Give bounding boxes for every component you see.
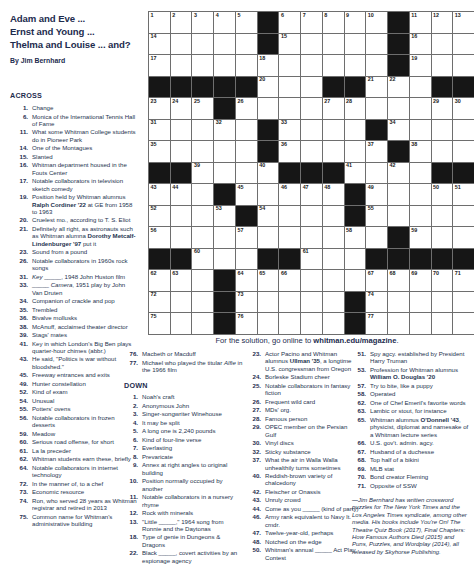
- across-clue-39: 39.Stags' mates: [10, 331, 137, 338]
- grid-cell[interactable]: 26: [236, 98, 257, 119]
- grid-cell[interactable]: [323, 313, 344, 334]
- grid-cell[interactable]: [258, 184, 279, 205]
- grid-cell[interactable]: [301, 77, 322, 98]
- cell-number: 74: [368, 292, 374, 297]
- grid-cell[interactable]: [410, 77, 431, 98]
- grid-cell-black: [214, 98, 235, 119]
- clue-text: Black _____, covert activities by an esp…: [142, 549, 244, 564]
- grid-cell[interactable]: [453, 55, 474, 76]
- grid-cell[interactable]: [279, 227, 300, 248]
- grid-cell[interactable]: [214, 141, 235, 162]
- grid-cell[interactable]: 66: [279, 270, 300, 291]
- grid-cell[interactable]: [432, 120, 453, 141]
- clue-number: 29.: [247, 423, 265, 438]
- grid-cell[interactable]: [236, 55, 257, 76]
- grid-cell[interactable]: 19: [410, 55, 431, 76]
- grid-cell[interactable]: [258, 227, 279, 248]
- grid-cell[interactable]: [301, 313, 322, 334]
- across-clue-61: 61.La la preceder: [10, 447, 137, 454]
- clue-text: McAnuff, acclaimed theater director: [32, 323, 137, 330]
- grid-cell[interactable]: [323, 120, 344, 141]
- cell-number: 71: [455, 271, 461, 276]
- grid-cell[interactable]: [279, 55, 300, 76]
- grid-cell-black: [345, 292, 366, 313]
- grid-cell[interactable]: [301, 141, 322, 162]
- grid-cell[interactable]: [432, 206, 453, 227]
- grid-cell-black: [236, 206, 257, 227]
- grid-cell[interactable]: 63: [171, 270, 192, 291]
- grid-cell[interactable]: 30: [453, 98, 474, 119]
- grid-cell[interactable]: [258, 292, 279, 313]
- cell-number: 12: [433, 13, 439, 18]
- grid-cell[interactable]: [192, 313, 213, 334]
- grid-cell-black: [453, 249, 474, 270]
- grid-cell[interactable]: 75: [149, 313, 170, 334]
- clue-number: 44.: [247, 505, 265, 512]
- grid-cell[interactable]: 24: [171, 98, 192, 119]
- grid-cell[interactable]: [192, 55, 213, 76]
- grid-cell[interactable]: [192, 206, 213, 227]
- grid-cell[interactable]: [366, 227, 387, 248]
- grid-cell[interactable]: [301, 292, 322, 313]
- grid-cell[interactable]: [279, 292, 300, 313]
- grid-cell[interactable]: [388, 313, 409, 334]
- grid-cell[interactable]: [410, 206, 431, 227]
- grid-cell[interactable]: [453, 34, 474, 55]
- grid-cell[interactable]: 53: [214, 206, 235, 227]
- byline: By Jim Bernhard: [10, 57, 65, 64]
- grid-cell[interactable]: 58: [345, 227, 366, 248]
- clue-number: 1.: [124, 393, 142, 400]
- cell-number: 4: [216, 13, 219, 18]
- down-clue-51: 51.Spy agcy. established by President Ha…: [352, 350, 471, 365]
- cell-number: 58: [346, 228, 352, 233]
- grid-cell[interactable]: [171, 206, 192, 227]
- clue-number: 38.: [10, 323, 32, 330]
- clue-text: Position normally occupied by another: [142, 477, 244, 492]
- grid-cell-black: [258, 120, 279, 141]
- grid-cell[interactable]: [323, 292, 344, 313]
- grid-cell[interactable]: 29: [432, 98, 453, 119]
- grid-cell[interactable]: [214, 249, 235, 270]
- grid-cell[interactable]: 5: [236, 12, 257, 33]
- grid-cell[interactable]: [410, 98, 431, 119]
- across-clue-16: 16.Whitman department housed in the Fout…: [10, 161, 137, 176]
- grid-cell[interactable]: [323, 55, 344, 76]
- grid-cell[interactable]: 8: [323, 12, 344, 33]
- grid-cell[interactable]: 43: [149, 184, 170, 205]
- grid-cell[interactable]: 55: [366, 206, 387, 227]
- grid-cell[interactable]: 39: [192, 163, 213, 184]
- clue-text: _____ Camera, 1951 play by John Van Drut…: [32, 281, 137, 296]
- across-clue-43: 43.He said, "Politics is war without blo…: [10, 355, 137, 370]
- grid-cell[interactable]: 54: [258, 206, 279, 227]
- grid-cell[interactable]: 46: [279, 184, 300, 205]
- grid-cell[interactable]: 9: [345, 12, 366, 33]
- clue-number: 10.: [124, 477, 142, 492]
- cell-number: 50: [433, 185, 439, 190]
- grid-cell[interactable]: [432, 34, 453, 55]
- cell-number: 45: [237, 185, 243, 190]
- down-clue-27: 27.MDs' org.: [247, 406, 360, 413]
- clue-number: 50.: [247, 546, 265, 561]
- clue-number: 14.: [10, 144, 32, 151]
- grid-cell[interactable]: [301, 98, 322, 119]
- clue-text: Come as you _____ (kind of party): [265, 505, 360, 512]
- across-clue-74: 74.Ron, who served 28 years as Whitman r…: [10, 497, 137, 512]
- clue-number: 63.: [352, 407, 370, 414]
- grid-cell[interactable]: 71: [453, 270, 474, 291]
- grid-cell[interactable]: [301, 120, 322, 141]
- grid-cell[interactable]: 17: [149, 55, 170, 76]
- cell-number: 38: [411, 142, 417, 147]
- grid-cell[interactable]: [345, 34, 366, 55]
- grid-cell[interactable]: [192, 120, 213, 141]
- grid-cell[interactable]: [345, 249, 366, 270]
- grid-cell-black: [258, 34, 279, 55]
- puzzle-title-line3: Thelma and Louise ... and?: [10, 38, 146, 51]
- grid-cell[interactable]: 60: [192, 249, 213, 270]
- grid-cell[interactable]: [410, 163, 431, 184]
- grid-cell[interactable]: [279, 206, 300, 227]
- cell-number: 32: [216, 120, 222, 125]
- cell-number: 6: [281, 13, 284, 18]
- cell-number: 2: [172, 13, 175, 18]
- grid-cell[interactable]: 2: [171, 12, 192, 33]
- grid-cell[interactable]: [388, 184, 409, 205]
- grid-cell[interactable]: [236, 34, 257, 55]
- solution-note-prefix: For the solution, go online to: [215, 336, 313, 345]
- grid-cell[interactable]: [301, 55, 322, 76]
- down-clue-32: 32.Sticky substance: [247, 448, 360, 455]
- across-clue-54: 54.Unusual: [10, 397, 137, 404]
- cell-number: 40: [259, 163, 265, 168]
- grid-cell[interactable]: [432, 227, 453, 248]
- grid-cell[interactable]: 11: [410, 12, 431, 33]
- grid-cell[interactable]: [171, 141, 192, 162]
- grid-cell[interactable]: [279, 77, 300, 98]
- grid-cell[interactable]: [301, 34, 322, 55]
- grid-cell[interactable]: [345, 120, 366, 141]
- grid-cell[interactable]: [171, 120, 192, 141]
- across-clue-34: 34.Companion of crackle and pop: [10, 297, 137, 304]
- clue-number: 54.: [10, 397, 32, 404]
- grid-cell[interactable]: [432, 292, 453, 313]
- cell-number: 11: [411, 13, 417, 18]
- grid-cell[interactable]: 59: [410, 227, 431, 248]
- cell-number: 57: [237, 228, 243, 233]
- grid-cell[interactable]: 72: [149, 292, 170, 313]
- down-clue-10: 10.Position normally occupied by another: [124, 477, 244, 492]
- cell-number: 70: [433, 271, 439, 276]
- down-clue-71: 71.Opposite of SSW: [352, 482, 471, 489]
- grid-cell[interactable]: 22: [388, 77, 409, 98]
- grid-cell[interactable]: 67: [366, 270, 387, 291]
- grid-cell[interactable]: [214, 34, 235, 55]
- clue-number: 31.: [10, 273, 32, 280]
- grid-cell[interactable]: [323, 249, 344, 270]
- grid-cell[interactable]: [192, 184, 213, 205]
- grid-cell[interactable]: 56: [149, 227, 170, 248]
- grid-cell-black: [453, 77, 474, 98]
- clue-text: Hunter constellation: [32, 380, 137, 387]
- down-clue-67: 67.Husband of a duchesse: [352, 448, 471, 455]
- grid-cell[interactable]: 10: [366, 12, 387, 33]
- cell-number: 54: [259, 206, 265, 211]
- grid-cell[interactable]: 57: [236, 227, 257, 248]
- grid-cell[interactable]: 64: [236, 270, 257, 291]
- grid-cell-black: [388, 55, 409, 76]
- grid-cell[interactable]: [192, 227, 213, 248]
- grid-cell[interactable]: [410, 313, 431, 334]
- grid-cell[interactable]: 68: [388, 270, 409, 291]
- grid-cell[interactable]: 44: [171, 184, 192, 205]
- cell-number: 60: [194, 249, 200, 254]
- down-clue-7: 7.Everlasting: [124, 444, 244, 451]
- grid-cell[interactable]: 31: [149, 120, 170, 141]
- grid-cell[interactable]: 7: [301, 12, 322, 33]
- clue-number: 66.: [352, 439, 370, 446]
- grid-cell[interactable]: 70: [432, 270, 453, 291]
- grid-cell[interactable]: [432, 313, 453, 334]
- clue-text: Monica of the International Tennis Hall …: [32, 113, 137, 128]
- grid-cell[interactable]: [345, 270, 366, 291]
- clue-text: Bivalve mollusks: [32, 314, 137, 321]
- clue-number: 43.: [247, 496, 265, 503]
- grid-cell[interactable]: [345, 141, 366, 162]
- grid-cell[interactable]: 40: [258, 163, 279, 184]
- clue-text: Whitman's annual _____ Act Play Contest: [265, 546, 360, 561]
- across-clue-49: 49.Hunter constellation: [10, 380, 137, 387]
- grid-cell[interactable]: 14: [149, 34, 170, 55]
- grid-cell[interactable]: 61: [301, 249, 322, 270]
- grid-cell[interactable]: 25: [192, 98, 213, 119]
- grid-cell[interactable]: 74: [366, 292, 387, 313]
- down-clue-47: 47.Twelve-year-old, perhaps: [247, 529, 360, 536]
- grid-cell-black: [366, 120, 387, 141]
- grid-cell[interactable]: 36: [279, 141, 300, 162]
- cell-number: 3: [194, 13, 197, 18]
- grid-cell[interactable]: [345, 55, 366, 76]
- grid-cell[interactable]: [323, 34, 344, 55]
- grid-cell[interactable]: [258, 98, 279, 119]
- grid-cell[interactable]: 73: [236, 292, 257, 313]
- grid-cell[interactable]: [192, 34, 213, 55]
- down-clue-66: 66.U.S. gov't. admin. agcy.: [352, 439, 471, 446]
- grid-cell[interactable]: [453, 206, 474, 227]
- grid-cell[interactable]: [236, 163, 257, 184]
- grid-cell[interactable]: 16: [410, 34, 431, 55]
- grid-cell[interactable]: 48: [323, 184, 344, 205]
- grid-cell-black: [149, 77, 170, 98]
- grid-cell[interactable]: [323, 141, 344, 162]
- across-clue-35: 35.Trembled: [10, 306, 137, 313]
- grid-cell[interactable]: [171, 55, 192, 76]
- grid-cell[interactable]: [258, 313, 279, 334]
- across-clue-23: 23.Sound from a pound: [10, 248, 137, 255]
- grid-cell[interactable]: [453, 227, 474, 248]
- grid-cell[interactable]: 1: [149, 12, 170, 33]
- grid-cell[interactable]: 20: [258, 77, 279, 98]
- grid-cell-black: [171, 77, 192, 98]
- grid-cell[interactable]: 15: [279, 34, 300, 55]
- cell-number: 27: [324, 99, 330, 104]
- grid-cell[interactable]: [453, 141, 474, 162]
- down-clue-12: 12.Rock with minerals: [124, 509, 244, 516]
- grid-cell[interactable]: [366, 55, 387, 76]
- cell-number: 35: [151, 142, 157, 147]
- cell-number: 20: [259, 77, 265, 82]
- grid-cell[interactable]: 76: [236, 313, 257, 334]
- grid-cell[interactable]: [388, 292, 409, 313]
- grid-cell[interactable]: [192, 141, 213, 162]
- clue-number: 35.: [10, 306, 32, 313]
- grid-cell[interactable]: [279, 98, 300, 119]
- down-clue-18: 18.Type of genie in Dungeons & Dragons: [124, 533, 244, 548]
- grid-cell[interactable]: [366, 163, 387, 184]
- clue-text: Noah's craft: [142, 393, 244, 400]
- across-section: ACROSS 1.Change6.Monica of the Internati…: [10, 91, 137, 529]
- solution-link[interactable]: whitman.edu/magazine: [313, 336, 396, 345]
- grid-cell[interactable]: 50: [432, 184, 453, 205]
- grid-cell[interactable]: [410, 184, 431, 205]
- down-clue-43: 43.Unruly crowd: [247, 496, 360, 503]
- grid-cell[interactable]: 6: [279, 12, 300, 33]
- grid-cell[interactable]: [214, 163, 235, 184]
- grid-cell[interactable]: [236, 141, 257, 162]
- grid-cell[interactable]: [214, 55, 235, 76]
- grid-cell-black: [432, 249, 453, 270]
- grid-cell[interactable]: [236, 120, 257, 141]
- grid-cell[interactable]: [171, 227, 192, 248]
- cell-number: 19: [411, 56, 417, 61]
- grid-cell[interactable]: [171, 313, 192, 334]
- grid-cell[interactable]: 33: [279, 120, 300, 141]
- cell-number: 33: [281, 120, 287, 125]
- down-clue-42: 42.Fleischer or Onassis: [247, 488, 360, 495]
- grid-cell[interactable]: [192, 270, 213, 291]
- grid-cell[interactable]: 21: [366, 77, 387, 98]
- grid-cell[interactable]: [388, 206, 409, 227]
- grid-cell[interactable]: [323, 206, 344, 227]
- grid-cell[interactable]: 32: [214, 120, 235, 141]
- grid-cell[interactable]: [301, 270, 322, 291]
- grid-cell-black: [410, 249, 431, 270]
- cell-number: 46: [281, 185, 287, 190]
- grid-cell[interactable]: 45: [236, 184, 257, 205]
- grid-cell[interactable]: [366, 98, 387, 119]
- across-clue-1: 1.Change: [10, 104, 137, 111]
- grid-cell[interactable]: 42: [388, 163, 409, 184]
- grid-cell[interactable]: 13: [453, 12, 474, 33]
- grid-cell-black: [432, 163, 453, 184]
- clue-number: 61.: [10, 447, 32, 454]
- grid-cell[interactable]: [301, 227, 322, 248]
- grid-cell[interactable]: 62: [149, 270, 170, 291]
- grid-cell[interactable]: 35: [149, 141, 170, 162]
- grid-cell[interactable]: 28: [345, 98, 366, 119]
- grid-cell[interactable]: 49: [366, 184, 387, 205]
- cell-number: 14: [151, 34, 157, 39]
- cell-number: 48: [324, 185, 330, 190]
- grid-cell[interactable]: 34: [388, 120, 409, 141]
- cell-number: 53: [216, 206, 222, 211]
- clue-text: Actor Pacino and Whitman alumnus Ullman …: [265, 350, 360, 372]
- grid-cell[interactable]: [453, 292, 474, 313]
- grid-cell[interactable]: 23: [149, 98, 170, 119]
- clue-text: La la preceder: [32, 447, 137, 454]
- cell-number: 5: [237, 13, 240, 18]
- grid-cell[interactable]: 3: [192, 12, 213, 33]
- grid-cell[interactable]: [388, 98, 409, 119]
- across-clue-36: 36.Bivalve mollusks: [10, 314, 137, 321]
- grid-cell[interactable]: [323, 270, 344, 291]
- grid-cell[interactable]: 41: [345, 163, 366, 184]
- grid-cell[interactable]: 51: [453, 184, 474, 205]
- grid-cell[interactable]: 65: [258, 270, 279, 291]
- down-clue-29: 29.OPEC member on the Persian Gulf: [247, 423, 360, 438]
- across-clue-72: 72.In the manner of, to a chef: [10, 480, 137, 487]
- grid-cell[interactable]: 37: [366, 141, 387, 162]
- clue-text: Sound from a pound: [32, 248, 137, 255]
- cell-number: 23: [151, 99, 157, 104]
- down-clue-list-1: 1.Noah's craft2.Anonymous John3.Singer-s…: [124, 393, 244, 564]
- across-clue-list: 1.Change6.Monica of the International Te…: [10, 104, 137, 527]
- grid-cell[interactable]: 12: [432, 12, 453, 33]
- grid-cell[interactable]: [236, 249, 257, 270]
- grid-cell[interactable]: 52: [149, 206, 170, 227]
- clue-text: Kind of four-line verse: [142, 436, 244, 443]
- solution-note: For the solution, go online to whitman.e…: [140, 336, 474, 345]
- cell-number: 31: [151, 120, 157, 125]
- clue-number: 11.: [124, 493, 142, 508]
- clue-text: Michael who played the titular Alfie in …: [142, 359, 244, 374]
- across-clue-59: 59.Meadow: [10, 430, 137, 437]
- grid-cell[interactable]: [453, 313, 474, 334]
- cell-number: 10: [368, 13, 374, 18]
- grid-cell[interactable]: [171, 292, 192, 313]
- cell-number: 7: [303, 13, 306, 18]
- grid-cell[interactable]: [432, 141, 453, 162]
- grid-cell[interactable]: [301, 206, 322, 227]
- grid-cell-black: [171, 163, 192, 184]
- grid-cell[interactable]: 27: [323, 98, 344, 119]
- cell-number: 37: [368, 142, 374, 147]
- cell-number: 28: [346, 99, 352, 104]
- grid-cell[interactable]: [192, 292, 213, 313]
- grid-cell[interactable]: [410, 292, 431, 313]
- grid-cell[interactable]: [323, 227, 344, 248]
- grid-cell[interactable]: [453, 120, 474, 141]
- grid-cell[interactable]: 38: [410, 141, 431, 162]
- grid-cell[interactable]: [279, 313, 300, 334]
- cell-number: 21: [368, 77, 374, 82]
- grid-cell[interactable]: [432, 55, 453, 76]
- across-clue-26: 26.Notable collaborators in 1960s rock s…: [10, 257, 137, 272]
- clue-number: 2.: [124, 402, 142, 409]
- grid-cell[interactable]: 69: [410, 270, 431, 291]
- cell-number: 22: [390, 77, 396, 82]
- grid-cell[interactable]: [171, 34, 192, 55]
- grid-cell[interactable]: [214, 227, 235, 248]
- grid-cell[interactable]: [366, 34, 387, 55]
- grid-cell[interactable]: 47: [301, 184, 322, 205]
- grid-cell[interactable]: 77: [366, 313, 387, 334]
- grid-cell[interactable]: 4: [214, 12, 235, 33]
- solution-note-suffix: .: [396, 336, 398, 345]
- grid-cell[interactable]: 18: [258, 55, 279, 76]
- grid-cell[interactable]: [410, 120, 431, 141]
